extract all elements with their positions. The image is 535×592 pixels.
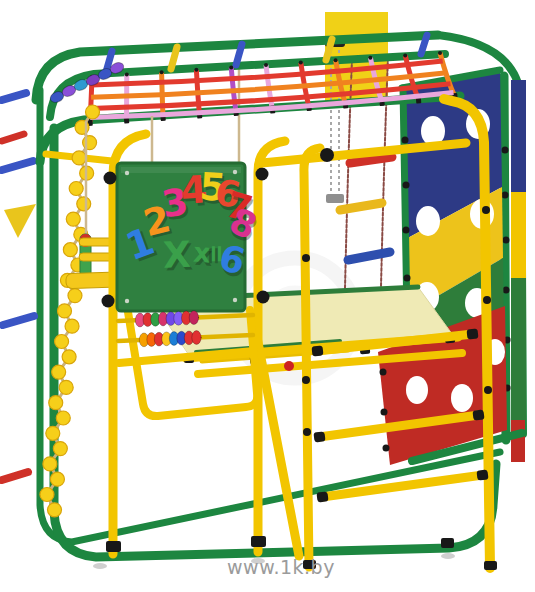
left-edge-rungs [2,93,36,480]
ladder-rung-yellow [340,203,382,210]
magnetic-board [117,163,245,311]
ladder-rung-blue [348,252,390,260]
red-hook-knob [284,361,294,371]
watermark: www.1k.by [227,556,335,578]
play-structure-illustration [0,0,535,592]
bead-climbing-rope [40,105,100,517]
product-photo-stage: 12345678Xx=6 www.1k.by [0,0,535,592]
